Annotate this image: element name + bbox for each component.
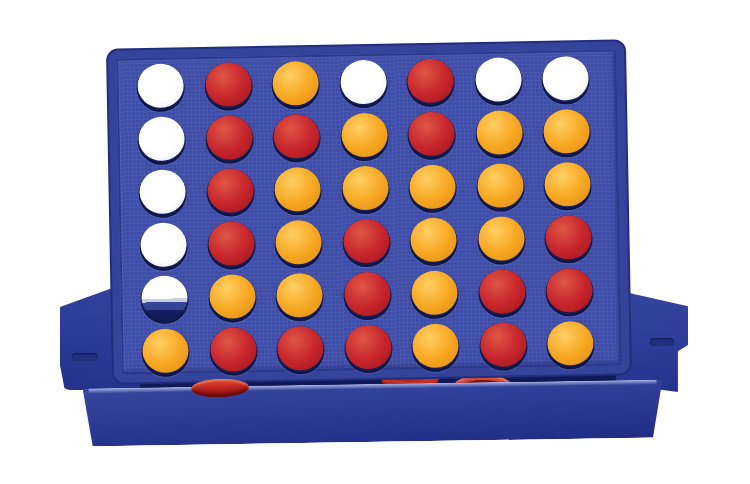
cell-r3c6	[476, 163, 525, 212]
cell-r1c3	[271, 61, 320, 110]
cell-r5c2	[208, 274, 257, 323]
cell-r2c5	[407, 111, 456, 160]
red-disc	[407, 58, 454, 103]
red-disc	[208, 221, 255, 266]
cell-r3c2	[206, 168, 255, 217]
yellow-disc	[476, 110, 523, 155]
cell-r5c1	[140, 275, 189, 324]
tray-front-wall	[83, 379, 664, 446]
yellow-disc	[142, 328, 189, 373]
cell-r2c7	[542, 109, 591, 158]
cell-r3c7	[543, 162, 592, 211]
yellow-disc	[544, 162, 591, 207]
red-disc	[408, 111, 455, 156]
cell-r1c5	[406, 58, 455, 107]
yellow-disc	[209, 274, 256, 319]
red-disc	[277, 326, 324, 371]
red-disc	[344, 272, 391, 317]
empty-hole	[475, 57, 522, 102]
red-disc	[479, 269, 526, 314]
cell-r4c3	[274, 220, 323, 269]
empty-hole	[138, 116, 185, 161]
cell-r3c3	[273, 167, 322, 216]
yellow-disc	[543, 109, 590, 154]
red-disc	[545, 215, 592, 260]
empty-hole	[340, 60, 387, 105]
yellow-disc	[276, 273, 323, 318]
cell-r4c7	[544, 215, 593, 264]
empty-hole	[139, 169, 186, 214]
red-disc	[343, 219, 390, 264]
yellow-disc	[411, 270, 458, 315]
cell-r1c2	[204, 62, 253, 111]
yellow-disc	[412, 323, 459, 368]
cell-r3c1	[138, 169, 187, 218]
cell-r6c4	[344, 325, 393, 374]
yellow-disc	[275, 220, 322, 265]
board-grid	[136, 56, 595, 377]
cell-r2c4	[340, 113, 389, 162]
yellow-disc	[478, 216, 525, 261]
red-disc	[210, 327, 257, 372]
empty-hole	[140, 222, 187, 267]
cell-r4c6	[477, 216, 526, 265]
red-disc	[206, 115, 253, 160]
cell-r4c5	[409, 217, 458, 266]
tray-thumb-notch-right	[650, 338, 674, 346]
red-disc	[546, 268, 593, 313]
yellow-disc	[477, 163, 524, 208]
cell-r5c4	[343, 272, 392, 321]
cell-r5c7	[545, 268, 594, 317]
red-disc	[205, 62, 252, 107]
cell-r5c5	[410, 270, 459, 319]
connect-four-scene	[0, 0, 750, 484]
cell-r4c4	[342, 219, 391, 268]
cell-r1c6	[474, 57, 523, 106]
cell-r2c6	[475, 110, 524, 159]
cell-r4c1	[139, 222, 188, 271]
yellow-disc	[410, 217, 457, 262]
cell-r6c6	[479, 322, 528, 371]
cell-r2c1	[137, 116, 186, 165]
empty-hole	[141, 275, 188, 320]
cell-r1c4	[339, 60, 388, 109]
cell-r5c6	[478, 269, 527, 318]
yellow-disc	[272, 61, 319, 106]
yellow-disc	[342, 166, 389, 211]
cell-r6c7	[546, 321, 595, 370]
empty-hole	[137, 63, 184, 108]
cell-r1c7	[541, 56, 590, 105]
yellow-disc	[547, 321, 594, 366]
cell-r4c2	[207, 221, 256, 270]
red-disc	[345, 325, 392, 370]
cell-r6c2	[209, 327, 258, 376]
cell-r3c4	[341, 166, 390, 215]
cell-r3c5	[408, 164, 457, 213]
cell-r2c2	[205, 115, 254, 164]
yellow-disc	[274, 167, 321, 212]
tray-thumb-notch-left	[72, 353, 98, 361]
red-disc	[207, 168, 254, 213]
empty-hole	[542, 56, 589, 101]
cell-r2c3	[272, 114, 321, 163]
cell-r1c1	[136, 63, 185, 112]
yellow-disc	[341, 113, 388, 158]
yellow-disc	[409, 164, 456, 209]
red-disc	[273, 114, 320, 159]
cell-r5c3	[275, 273, 324, 322]
red-disc	[480, 322, 527, 367]
connect-four-board	[108, 41, 630, 382]
cell-r6c3	[276, 326, 325, 375]
cell-r6c1	[141, 328, 190, 377]
cell-r6c5	[411, 323, 460, 372]
